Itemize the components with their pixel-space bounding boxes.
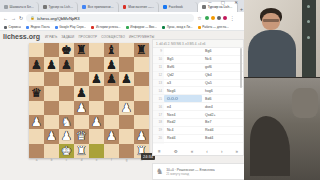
square-e1[interactable] <box>89 144 104 158</box>
square-c5[interactable] <box>59 86 74 100</box>
extension-icon[interactable] <box>223 16 227 20</box>
square-c4[interactable] <box>59 101 74 115</box>
bookmark-favicon <box>55 26 58 29</box>
square-g2[interactable] <box>119 129 134 143</box>
piece-black-pawn[interactable]: ♟ <box>61 59 72 71</box>
move-black[interactable]: Qa5 <box>202 80 240 87</box>
square-b5[interactable] <box>44 86 59 100</box>
move-number: 16 <box>153 103 164 110</box>
file-label-f: f <box>104 158 119 162</box>
bookmark-favicon <box>162 26 165 29</box>
lock-icon: 🔒 <box>30 16 34 20</box>
browser-tab[interactable]: Facebook <box>159 2 198 12</box>
square-f7[interactable]: ♟ <box>104 57 119 71</box>
square-h7[interactable] <box>134 57 149 71</box>
square-g8[interactable] <box>119 43 134 57</box>
band-dot <box>307 36 310 39</box>
square-f4[interactable] <box>104 101 119 115</box>
square-a8[interactable] <box>29 43 44 57</box>
file-label-g: g <box>119 158 134 162</box>
piece-white-pawn[interactable]: ♟ <box>136 130 147 142</box>
move-number: 19 <box>153 127 164 134</box>
move-black[interactable]: Bxd4 <box>202 135 240 142</box>
square-e8[interactable] <box>89 43 104 57</box>
tab-title: Мои занятия —… <box>128 5 154 9</box>
square-a6[interactable] <box>29 72 44 86</box>
move-white[interactable]: Nxg6 <box>164 87 202 94</box>
piece-white-queen[interactable]: ♛ <box>76 130 87 142</box>
tab-title: Шахматы в Бл… <box>10 5 35 9</box>
last-move-button[interactable]: » <box>235 149 238 154</box>
square-a7[interactable]: ♟ <box>29 57 44 71</box>
tab-favicon <box>4 5 8 9</box>
move-white[interactable]: Nc4 <box>164 127 202 134</box>
bookmark-favicon <box>126 26 129 29</box>
square-a4[interactable] <box>29 101 44 115</box>
first-move-button[interactable]: « <box>191 149 194 154</box>
piece-black-rook[interactable]: ♜ <box>136 44 147 56</box>
square-b6[interactable] <box>44 72 59 86</box>
square-b2[interactable]: ♟ <box>44 129 59 143</box>
piece-black-pawn[interactable]: ♟ <box>91 73 102 85</box>
square-g5[interactable] <box>119 86 134 100</box>
piece-black-pawn[interactable]: ♟ <box>46 59 57 71</box>
move-row: 21Ne5Bxe5 <box>153 143 243 144</box>
move-row: 16e4dxe4 <box>153 103 243 111</box>
tab-title: Турнир на Lich… <box>208 5 233 9</box>
piece-black-rook[interactable]: ♜ <box>76 44 87 56</box>
square-b8[interactable] <box>44 43 59 57</box>
square-h3[interactable] <box>134 115 149 129</box>
desk-light-shape <box>292 88 318 118</box>
game-time-ago: 21 минуту назад <box>166 172 215 176</box>
move-white[interactable]: Qd2 <box>164 72 202 79</box>
bookmark-label: Google Play Серв… <box>59 25 86 29</box>
square-h2[interactable]: ♟ <box>134 129 149 143</box>
piece-white-pawn[interactable]: ♟ <box>31 116 42 128</box>
move-number: 17 <box>153 111 164 118</box>
square-c1[interactable]: ♚ <box>59 144 74 158</box>
move-list-panel: 1. d4 d5 2. Nf3 Nf6 3. e3 Bf5 4. c4 e6 9… <box>152 39 244 156</box>
move-white[interactable] <box>164 48 202 55</box>
move-white[interactable]: e4 <box>164 103 202 110</box>
move-row: 12Qd2Qb4 <box>153 72 243 80</box>
browser-tab[interactable]: Мои занятия —… <box>119 2 160 12</box>
piece-black-king[interactable]: ♚ <box>61 44 72 56</box>
piece-white-pawn[interactable]: ♟ <box>46 130 57 142</box>
move-white[interactable]: Rxd2 <box>164 119 202 126</box>
browser-tab[interactable]: Все приложени… <box>78 2 118 12</box>
square-b4[interactable] <box>44 101 59 115</box>
webcam-dark-band <box>302 0 316 78</box>
tab-favicon <box>43 5 47 9</box>
move-number: 21 <box>153 143 164 144</box>
site-nav: ИгратьЗадачиПросмотрСообществоИнструмент… <box>45 35 154 39</box>
square-d1[interactable]: ♜ <box>74 144 89 158</box>
bookmark-favicon <box>26 26 29 29</box>
file-label-c: c <box>59 158 74 162</box>
square-d6[interactable] <box>74 72 89 86</box>
tab-favicon <box>123 5 127 9</box>
file-label-b: b <box>44 158 59 162</box>
webcam-desk <box>244 78 320 180</box>
piece-black-pawn[interactable]: ♟ <box>121 73 132 85</box>
move-black[interactable]: gxf6 <box>202 64 240 71</box>
square-a2[interactable] <box>29 129 44 143</box>
tab-title: Все приложени… <box>88 5 114 9</box>
square-g4[interactable]: ♟ <box>119 101 134 115</box>
move-number: 20 <box>153 135 164 142</box>
move-row: 13a3Qa5 <box>153 80 243 88</box>
move-black[interactable]: Be7 <box>202 119 240 126</box>
browser-tab[interactable]: Турнир на Lich… <box>39 2 78 12</box>
piece-white-knight[interactable]: ♞ <box>61 116 72 128</box>
move-row: 11Bxf6gxf6 <box>153 64 243 72</box>
back-icon[interactable]: ← <box>3 15 8 21</box>
piece-white-pawn[interactable]: ♟ <box>106 130 117 142</box>
piece-white-king[interactable]: ♚ <box>61 145 72 157</box>
move-number: 9 <box>153 48 164 55</box>
bookmark-item[interactable]: Инфоурок — Вво… <box>126 25 157 29</box>
square-e7[interactable] <box>89 57 104 71</box>
move-black[interactable]: hxg6 <box>202 87 240 94</box>
tab-title: Facebook <box>169 5 183 9</box>
move-row: 15O-O-OBd6 <box>153 95 243 103</box>
piece-white-rook[interactable]: ♜ <box>76 145 87 157</box>
bookmark-item[interactable]: Работа — для на… <box>198 25 229 29</box>
bookmark-item[interactable]: Google Play Серв… <box>55 25 87 29</box>
square-e3[interactable]: ♟ <box>89 115 104 129</box>
move-white[interactable]: O-O-O <box>164 95 202 102</box>
board-file-coordinates: abcdefgh <box>29 158 149 162</box>
move-white[interactable]: Bg5 <box>164 56 202 63</box>
game-info-box: ♞ 10+0 · Решевская — Елисеева 21 минуту … <box>152 163 245 180</box>
extension-icon[interactable] <box>217 16 221 20</box>
bookmark-item[interactable]: Яндекс Почта <box>26 25 50 29</box>
move-number: 18 <box>153 119 164 126</box>
bookmark-label: Яндекс Почта <box>30 25 49 29</box>
square-h5[interactable] <box>134 86 149 100</box>
square-c8[interactable]: ♚ <box>59 43 74 57</box>
square-b1[interactable] <box>44 144 59 158</box>
square-d8[interactable]: ♜ <box>74 43 89 57</box>
person-glasses <box>263 19 279 22</box>
move-list: 9Bg610Bg5Nc611Bxf6gxf612Qd2Qb413a3Qa514N… <box>153 48 243 144</box>
nav-item-инструменты[interactable]: Инструменты <box>129 35 154 39</box>
square-g3[interactable] <box>119 115 134 129</box>
star-icon[interactable]: ☆ <box>197 15 201 21</box>
square-d5[interactable]: ♟ <box>74 86 89 100</box>
tab-favicon <box>163 5 167 9</box>
move-list-scrollbar[interactable] <box>240 48 242 88</box>
bookmark-label: Истории успеха… <box>96 25 121 29</box>
game-players: 10+0 · Решевская — Елисеева <box>166 168 215 172</box>
piece-white-pawn[interactable]: ♟ <box>121 102 132 114</box>
piece-white-pawn[interactable]: ♟ <box>76 102 87 114</box>
square-a1[interactable] <box>29 144 44 158</box>
move-number: 12 <box>153 72 164 79</box>
move-number: 14 <box>153 87 164 94</box>
move-black[interactable]: Rxd4 <box>202 127 240 134</box>
bookmark-label: Работа — для на… <box>202 25 229 29</box>
move-white[interactable]: Nxe4 <box>164 111 202 118</box>
square-e6[interactable]: ♟ <box>89 72 104 86</box>
menu-icon[interactable]: ≡ <box>158 149 161 154</box>
nav-item-сообщество[interactable]: Сообщество <box>101 35 125 39</box>
move-row: 19Nc4Rxd4 <box>153 127 243 135</box>
nav-item-задачи[interactable]: Задачи <box>61 35 74 39</box>
move-row: 14Nxg6hxg6 <box>153 87 243 95</box>
square-h6[interactable] <box>134 72 149 86</box>
forward-icon[interactable]: → <box>11 15 16 21</box>
piece-black-pawn[interactable]: ♟ <box>106 73 117 85</box>
move-black[interactable]: dxe4 <box>202 103 240 110</box>
screen: Шахматы в Бл…Турнир на Lich…Все приложен… <box>0 0 320 180</box>
square-d4[interactable]: ♟ <box>74 101 89 115</box>
piece-black-pawn[interactable]: ♟ <box>31 59 42 71</box>
piece-black-queen[interactable]: ♛ <box>31 87 42 99</box>
piece-black-bishop[interactable]: ♝ <box>106 44 117 56</box>
bookmark-favicon <box>4 26 7 29</box>
square-f8[interactable]: ♝ <box>104 43 119 57</box>
file-label-e: e <box>89 158 104 162</box>
move-number: 10 <box>153 56 164 63</box>
move-white[interactable]: Bxf6 <box>164 64 202 71</box>
knight-icon: ♞ <box>156 167 163 176</box>
webcam-face <box>244 0 320 78</box>
address-bar[interactable]: 🔒 lichess.org/QbMvNpR3 <box>26 14 194 22</box>
square-b3[interactable] <box>44 115 59 129</box>
chess-board[interactable]: ♚♜♝♜♟♟♟♟♟♟♟♛♟♟♟♟♞♟♟♟♛♟♟♚♜♜ <box>29 43 149 158</box>
bookmark-favicon <box>91 26 94 29</box>
url-text[interactable]: lichess.org/QbMvNpR3 <box>37 16 80 21</box>
move-row: 18Rxd2Be7 <box>153 119 243 127</box>
square-f3[interactable] <box>104 115 119 129</box>
person-torso <box>248 30 296 78</box>
move-row: 9Bg6 <box>153 48 243 56</box>
bookmark-item[interactable]: Сервисы <box>4 25 21 29</box>
move-black[interactable]: Bd6 <box>202 95 240 102</box>
square-d2[interactable]: ♛ <box>74 129 89 143</box>
band-dot <box>307 20 310 23</box>
bookmark-label: Инфоурок — Вво… <box>130 25 157 29</box>
browser-tab[interactable]: Шахматы в Бл… <box>0 2 39 12</box>
move-black[interactable]: Nc6 <box>202 56 240 63</box>
playback-controls: ≡ ⚙ « ‹ › » <box>152 147 244 156</box>
square-e5[interactable] <box>89 86 104 100</box>
band-dot <box>307 5 310 8</box>
move-row: 17Nxe4Qxd2+ <box>153 111 243 119</box>
square-a5[interactable]: ♛ <box>29 86 44 100</box>
square-e2[interactable] <box>89 129 104 143</box>
next-move-button[interactable]: › <box>221 149 223 154</box>
piece-white-pawn[interactable]: ♟ <box>91 116 102 128</box>
square-g7[interactable] <box>119 57 134 71</box>
square-g1[interactable] <box>119 144 134 158</box>
window-controls[interactable]: ─ ▢ ✕ <box>208 0 242 5</box>
opening-line[interactable]: 1. d4 d5 2. Nf3 Nf6 3. e3 Bf5 4. c4 e6 <box>153 40 243 48</box>
bookmark-favicon <box>198 26 201 29</box>
refresh-icon[interactable]: ↻ <box>19 15 23 21</box>
square-b7[interactable]: ♟ <box>44 57 59 71</box>
bookmark-label: Сервисы <box>9 25 21 29</box>
move-number: 11 <box>153 64 164 71</box>
extension-icon[interactable] <box>211 16 215 20</box>
square-c6[interactable] <box>59 72 74 86</box>
move-white[interactable]: Ne5 <box>164 143 202 144</box>
square-a3[interactable]: ♟ <box>29 115 44 129</box>
gear-icon[interactable]: ⚙ <box>174 149 178 154</box>
move-row: 20Rxd4Bxd4 <box>153 135 243 143</box>
move-black[interactable]: Qxd2+ <box>202 111 240 118</box>
tab-title: Турнир на Lich… <box>49 5 74 9</box>
nav-item-просмотр[interactable]: Просмотр <box>78 35 97 39</box>
piece-black-pawn[interactable]: ♟ <box>76 87 87 99</box>
prev-move-button[interactable]: ‹ <box>206 149 208 154</box>
square-d7[interactable] <box>74 57 89 71</box>
lichess-logo[interactable]: lichess.org <box>3 33 40 40</box>
tab-favicon <box>202 5 206 9</box>
square-c7[interactable]: ♟ <box>59 57 74 71</box>
extension-icons[interactable] <box>205 16 227 20</box>
move-white[interactable]: a3 <box>164 80 202 87</box>
browser-menu-icon[interactable]: ⋮ <box>230 15 235 21</box>
piece-white-pawn[interactable]: ♟ <box>61 130 72 142</box>
square-g6[interactable]: ♟ <box>119 72 134 86</box>
square-h8[interactable]: ♜ <box>134 43 149 57</box>
square-f6[interactable]: ♟ <box>104 72 119 86</box>
square-f1[interactable] <box>104 144 119 158</box>
piece-black-pawn[interactable]: ♟ <box>106 59 117 71</box>
square-e4[interactable] <box>89 101 104 115</box>
bookmark-item[interactable]: Лукас, вход в Ли… <box>162 25 193 29</box>
move-black[interactable]: Bxe5 <box>202 143 240 144</box>
square-c2[interactable]: ♟ <box>59 129 74 143</box>
move-white[interactable]: Rxd4 <box>164 135 202 142</box>
move-number: 13 <box>153 80 164 87</box>
tab-favicon <box>82 5 86 9</box>
move-black[interactable]: Bg6 <box>202 48 240 55</box>
bookmark-label: Лукас, вход в Ли… <box>167 25 193 29</box>
nav-item-играть[interactable]: Играть <box>45 35 57 39</box>
desk-shadow-shape <box>250 116 290 176</box>
extension-icon[interactable] <box>205 16 209 20</box>
bookmark-item[interactable]: Истории успеха… <box>91 25 120 29</box>
move-number: 15 <box>153 95 164 102</box>
move-black[interactable]: Qb4 <box>202 72 240 79</box>
square-c3[interactable]: ♞ <box>59 115 74 129</box>
square-h4[interactable] <box>134 101 149 115</box>
square-f5[interactable] <box>104 86 119 100</box>
square-f2[interactable]: ♟ <box>104 129 119 143</box>
move-row: 10Bg5Nc6 <box>153 56 243 64</box>
square-d3[interactable] <box>74 115 89 129</box>
file-label-a: a <box>29 158 44 162</box>
file-label-d: d <box>74 158 89 162</box>
